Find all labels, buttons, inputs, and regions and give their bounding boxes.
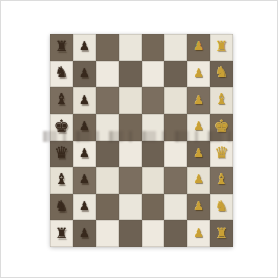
- square-g3: [164, 61, 187, 88]
- square-a1: ♜: [210, 220, 233, 247]
- square-d1: ♛: [210, 141, 233, 168]
- black-pawn: ♟: [79, 173, 90, 185]
- square-h3: [164, 34, 187, 61]
- square-c5: [119, 167, 142, 194]
- square-e6: [96, 114, 119, 141]
- square-c1: ♝: [210, 167, 233, 194]
- square-g5: [119, 61, 142, 88]
- square-g4: [142, 61, 165, 88]
- white-king: ♚: [214, 118, 229, 135]
- black-bishop: ♝: [55, 92, 68, 107]
- square-f4: [142, 87, 165, 114]
- square-d8: ♛: [50, 141, 73, 168]
- square-h6: [96, 34, 119, 61]
- black-pawn: ♟: [79, 227, 90, 239]
- black-knight: ♞: [55, 65, 68, 80]
- square-f5: [119, 87, 142, 114]
- white-knight: ♞: [215, 199, 228, 214]
- white-pawn: ♟: [193, 147, 204, 159]
- square-g6: [96, 61, 119, 88]
- white-queen: ♛: [214, 145, 228, 161]
- square-h7: ♟: [73, 34, 96, 61]
- black-pawn: ♟: [79, 200, 90, 212]
- square-b3: [164, 194, 187, 221]
- square-h2: ♟: [187, 34, 210, 61]
- white-pawn: ♟: [193, 67, 204, 79]
- square-c7: ♟: [73, 167, 96, 194]
- white-pawn: ♟: [193, 227, 204, 239]
- square-g1: ♞: [210, 61, 233, 88]
- square-d6: [96, 141, 119, 168]
- square-d5: [119, 141, 142, 168]
- black-bishop: ♝: [55, 172, 68, 187]
- square-b2: ♟: [187, 194, 210, 221]
- square-f7: ♟: [73, 87, 96, 114]
- square-h5: [119, 34, 142, 61]
- white-rook: ♜: [215, 226, 228, 240]
- white-bishop: ♝: [215, 92, 228, 107]
- square-f3: [164, 87, 187, 114]
- square-e1: ♚: [210, 114, 233, 141]
- chess-board: ♜♟♟♜♞♟♟♞♝♟♟♝♚♟♟♚♛♟♟♛♝♟♟♝♞♟♟♞♜♟♟♜: [50, 34, 233, 247]
- square-c8: ♝: [50, 167, 73, 194]
- square-b6: [96, 194, 119, 221]
- black-pawn: ♟: [79, 94, 90, 106]
- square-c4: [142, 167, 165, 194]
- white-knight: ♞: [215, 65, 228, 80]
- black-rook: ♜: [55, 226, 68, 240]
- square-b8: ♞: [50, 194, 73, 221]
- square-h8: ♜: [50, 34, 73, 61]
- square-b4: [142, 194, 165, 221]
- black-pawn: ♟: [79, 40, 90, 52]
- black-knight: ♞: [55, 199, 68, 214]
- white-pawn: ♟: [193, 40, 204, 52]
- square-c6: [96, 167, 119, 194]
- white-pawn: ♟: [193, 200, 204, 212]
- square-e4: [142, 114, 165, 141]
- square-b1: ♞: [210, 194, 233, 221]
- square-g8: ♞: [50, 61, 73, 88]
- square-e3: [164, 114, 187, 141]
- square-g2: ♟: [187, 61, 210, 88]
- square-f6: [96, 87, 119, 114]
- white-pawn: ♟: [193, 120, 204, 132]
- square-d4: [142, 141, 165, 168]
- square-f2: ♟: [187, 87, 210, 114]
- black-pawn: ♟: [79, 120, 90, 132]
- square-h4: [142, 34, 165, 61]
- black-rook: ♜: [55, 39, 68, 53]
- square-a7: ♟: [73, 220, 96, 247]
- black-king: ♚: [54, 118, 69, 135]
- square-e2: ♟: [187, 114, 210, 141]
- square-e7: ♟: [73, 114, 96, 141]
- square-f8: ♝: [50, 87, 73, 114]
- square-a2: ♟: [187, 220, 210, 247]
- square-a6: [96, 220, 119, 247]
- square-d7: ♟: [73, 141, 96, 168]
- square-h1: ♜: [210, 34, 233, 61]
- square-g7: ♟: [73, 61, 96, 88]
- square-c3: [164, 167, 187, 194]
- square-b7: ♟: [73, 194, 96, 221]
- square-a5: [119, 220, 142, 247]
- square-a8: ♜: [50, 220, 73, 247]
- square-d2: ♟: [187, 141, 210, 168]
- black-pawn: ♟: [79, 147, 90, 159]
- black-queen: ♛: [54, 145, 68, 161]
- square-d3: [164, 141, 187, 168]
- black-pawn: ♟: [79, 67, 90, 79]
- square-e5: [119, 114, 142, 141]
- white-pawn: ♟: [193, 173, 204, 185]
- square-c2: ♟: [187, 167, 210, 194]
- white-rook: ♜: [215, 39, 228, 53]
- product-photo-canvas: ♜♟♟♜♞♟♟♞♝♟♟♝♚♟♟♚♛♟♟♛♝♟♟♝♞♟♟♞♜♟♟♜: [0, 0, 278, 278]
- square-b5: [119, 194, 142, 221]
- white-pawn: ♟: [193, 94, 204, 106]
- square-a4: [142, 220, 165, 247]
- square-f1: ♝: [210, 87, 233, 114]
- square-a3: [164, 220, 187, 247]
- square-e8: ♚: [50, 114, 73, 141]
- white-bishop: ♝: [215, 172, 228, 187]
